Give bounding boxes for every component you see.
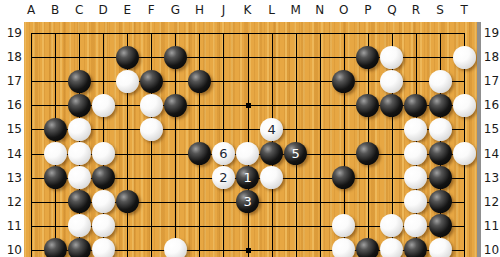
white-stone-R12[interactable] xyxy=(404,190,427,213)
black-stone-S12[interactable] xyxy=(429,190,452,213)
black-stone-C10[interactable] xyxy=(68,238,91,257)
black-stone-S16[interactable] xyxy=(429,94,452,117)
row-label-left-12: 12 xyxy=(0,194,22,210)
black-stone-B13[interactable] xyxy=(44,166,67,189)
black-stone-K13-move-1[interactable]: 1 xyxy=(236,166,259,189)
black-stone-F17[interactable] xyxy=(140,70,163,93)
move-number-label: 4 xyxy=(267,123,275,136)
star-point-K10 xyxy=(246,248,251,253)
black-stone-R16[interactable] xyxy=(404,94,427,117)
white-stone-D11[interactable] xyxy=(92,214,115,237)
white-stone-L13[interactable] xyxy=(260,166,283,189)
column-label-O: O xyxy=(332,1,356,19)
black-stone-S13[interactable] xyxy=(429,166,452,189)
black-stone-Q16[interactable] xyxy=(380,94,403,117)
white-stone-F16[interactable] xyxy=(140,94,163,117)
row-label-left-13: 13 xyxy=(0,170,22,186)
black-stone-C12[interactable] xyxy=(68,190,91,213)
black-stone-H14[interactable] xyxy=(188,142,211,165)
white-stone-D12[interactable] xyxy=(92,190,115,213)
black-stone-M14-move-5[interactable]: 5 xyxy=(284,142,307,165)
black-stone-G16[interactable] xyxy=(164,94,187,117)
black-stone-R10[interactable] xyxy=(404,238,427,257)
white-stone-Q17[interactable] xyxy=(380,70,403,93)
column-label-M: M xyxy=(284,1,308,19)
grid-line-row-19 xyxy=(31,33,465,34)
row-label-right-16: 16 xyxy=(483,97,500,113)
white-stone-Q11[interactable] xyxy=(380,214,403,237)
grid-line-col-A xyxy=(31,33,32,257)
white-stone-Q10[interactable] xyxy=(380,238,403,257)
column-label-C: C xyxy=(67,1,91,19)
column-label-K: K xyxy=(236,1,260,19)
move-number-label: 5 xyxy=(292,147,300,160)
black-stone-O17[interactable] xyxy=(332,70,355,93)
white-stone-D10[interactable] xyxy=(92,238,115,257)
white-stone-R15[interactable] xyxy=(404,118,427,141)
column-label-H: H xyxy=(187,1,211,19)
white-stone-E17[interactable] xyxy=(116,70,139,93)
white-stone-S15[interactable] xyxy=(429,118,452,141)
row-label-left-14: 14 xyxy=(0,146,22,162)
black-stone-P14[interactable] xyxy=(356,142,379,165)
column-label-F: F xyxy=(139,1,163,19)
black-stone-O13[interactable] xyxy=(332,166,355,189)
column-label-B: B xyxy=(43,1,67,19)
row-label-left-11: 11 xyxy=(0,218,22,234)
black-stone-S14[interactable] xyxy=(429,142,452,165)
black-stone-H17[interactable] xyxy=(188,70,211,93)
move-number-label: 1 xyxy=(243,171,251,184)
white-stone-F15[interactable] xyxy=(140,118,163,141)
white-stone-S17[interactable] xyxy=(429,70,452,93)
row-label-right-11: 11 xyxy=(483,218,500,234)
column-label-E: E xyxy=(115,1,139,19)
grid-line-row-15 xyxy=(31,129,465,130)
white-stone-K14[interactable] xyxy=(236,142,259,165)
column-label-Q: Q xyxy=(380,1,404,19)
column-label-S: S xyxy=(428,1,452,19)
black-stone-P18[interactable] xyxy=(356,46,379,69)
white-stone-O10[interactable] xyxy=(332,238,355,257)
row-label-right-13: 13 xyxy=(483,170,500,186)
star-point-K16 xyxy=(246,103,251,108)
row-label-right-12: 12 xyxy=(483,194,500,210)
black-stone-E18[interactable] xyxy=(116,46,139,69)
board-edge-shadow xyxy=(477,22,481,257)
go-board[interactable]: 465213 xyxy=(24,22,477,257)
black-stone-D13[interactable] xyxy=(92,166,115,189)
white-stone-L15-move-4[interactable]: 4 xyxy=(260,118,283,141)
white-stone-T16[interactable] xyxy=(453,94,476,117)
white-stone-O11[interactable] xyxy=(332,214,355,237)
black-stone-E12[interactable] xyxy=(116,190,139,213)
row-label-right-19: 19 xyxy=(483,25,500,41)
column-label-D: D xyxy=(91,1,115,19)
row-label-right-17: 17 xyxy=(483,73,500,89)
row-label-left-19: 19 xyxy=(0,25,22,41)
white-stone-G10[interactable] xyxy=(164,238,187,257)
black-stone-B15[interactable] xyxy=(44,118,67,141)
grid-line-col-F xyxy=(151,33,152,257)
column-label-G: G xyxy=(163,1,187,19)
white-stone-R13[interactable] xyxy=(404,166,427,189)
black-stone-L14[interactable] xyxy=(260,142,283,165)
grid-line-col-N xyxy=(320,33,321,257)
white-stone-B14[interactable] xyxy=(44,142,67,165)
white-stone-D16[interactable] xyxy=(92,94,115,117)
black-stone-C17[interactable] xyxy=(68,70,91,93)
black-stone-P10[interactable] xyxy=(356,238,379,257)
white-stone-T18[interactable] xyxy=(453,46,476,69)
move-number-label: 6 xyxy=(219,147,227,160)
move-number-label: 2 xyxy=(219,171,227,184)
move-number-label: 3 xyxy=(243,195,251,208)
column-label-N: N xyxy=(308,1,332,19)
row-label-left-16: 16 xyxy=(0,97,22,113)
row-label-left-17: 17 xyxy=(0,73,22,89)
row-label-left-15: 15 xyxy=(0,121,22,137)
go-app-screenshot: ABCDEFGHJKLMNOPQRST 19181716151413121110… xyxy=(0,0,500,257)
white-stone-R11[interactable] xyxy=(404,214,427,237)
black-stone-C16[interactable] xyxy=(68,94,91,117)
column-label-L: L xyxy=(260,1,284,19)
column-label-T: T xyxy=(452,1,476,19)
column-label-A: A xyxy=(19,1,43,19)
white-stone-J13-move-2[interactable]: 2 xyxy=(212,166,235,189)
column-label-R: R xyxy=(404,1,428,19)
row-label-right-10: 10 xyxy=(483,242,500,257)
white-stone-D14[interactable] xyxy=(92,142,115,165)
row-label-right-18: 18 xyxy=(483,49,500,65)
black-stone-P16[interactable] xyxy=(356,94,379,117)
white-stone-C15[interactable] xyxy=(68,118,91,141)
black-stone-G18[interactable] xyxy=(164,46,187,69)
white-stone-J14-move-6[interactable]: 6 xyxy=(212,142,235,165)
black-stone-S11[interactable] xyxy=(429,214,452,237)
white-stone-C11[interactable] xyxy=(68,214,91,237)
row-label-right-15: 15 xyxy=(483,121,500,137)
row-label-left-10: 10 xyxy=(0,242,22,257)
white-stone-S10[interactable] xyxy=(429,238,452,257)
white-stone-C13[interactable] xyxy=(68,166,91,189)
white-stone-C14[interactable] xyxy=(68,142,91,165)
white-stone-Q18[interactable] xyxy=(380,46,403,69)
white-stone-R14[interactable] xyxy=(404,142,427,165)
column-label-P: P xyxy=(356,1,380,19)
white-stone-T14[interactable] xyxy=(453,142,476,165)
column-label-J: J xyxy=(211,1,235,19)
black-stone-B10[interactable] xyxy=(44,238,67,257)
black-stone-K12-move-3[interactable]: 3 xyxy=(236,190,259,213)
row-label-left-18: 18 xyxy=(0,49,22,65)
row-label-right-14: 14 xyxy=(483,146,500,162)
